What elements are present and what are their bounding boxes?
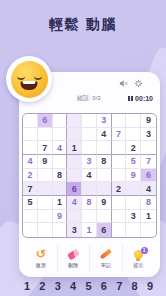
sudoku-cell-r2c9[interactable]: 3 xyxy=(141,128,156,142)
numpad-digit-2[interactable]: 2 xyxy=(39,280,45,292)
sudoku-cell-r6c1[interactable]: 7 xyxy=(23,182,38,196)
sudoku-cell-r7c1[interactable]: 5 xyxy=(23,196,38,210)
sudoku-cell-r4c3[interactable] xyxy=(53,155,68,169)
numpad-digit-4[interactable]: 4 xyxy=(70,280,76,292)
sudoku-cell-r1c4[interactable] xyxy=(67,114,82,128)
sudoku-cell-r4c9[interactable]: 7 xyxy=(141,155,156,169)
sudoku-cell-r7c3[interactable]: 1 xyxy=(53,196,68,210)
notes-label: 筆記 xyxy=(101,262,111,268)
undo-button[interactable]: ↺ 復原 xyxy=(25,244,57,272)
numpad-digit-5[interactable]: 5 xyxy=(85,280,91,292)
sudoku-cell-r6c6[interactable] xyxy=(97,182,112,196)
sudoku-cell-r5c4[interactable] xyxy=(67,169,82,183)
sudoku-cell-r5c9[interactable]: 6 xyxy=(141,169,156,183)
sudoku-cell-r1c1[interactable] xyxy=(23,114,38,128)
sudoku-cell-r8c4[interactable] xyxy=(67,210,82,224)
sudoku-cell-r6c8[interactable] xyxy=(126,182,141,196)
hint-label: 提示 xyxy=(133,262,143,268)
game-card: 錯誤: 0/3 00:10 63947374124938572849676245… xyxy=(19,72,160,277)
sudoku-cell-r1c7[interactable] xyxy=(112,114,127,128)
timer: 00:10 xyxy=(128,95,153,102)
sudoku-grid: 6394737412493857284967624514898931316 xyxy=(23,114,156,237)
sound-icon[interactable] xyxy=(119,79,128,88)
sudoku-cell-r3c3[interactable]: 4 xyxy=(53,141,68,155)
sudoku-cell-r2c5[interactable] xyxy=(82,128,97,142)
sudoku-cell-r5c6[interactable] xyxy=(97,169,112,183)
sudoku-cell-r7c6[interactable]: 9 xyxy=(97,196,112,210)
sudoku-cell-r8c5[interactable] xyxy=(82,210,97,224)
mascot-emoji-badge xyxy=(6,56,52,102)
sudoku-cell-r3c7[interactable] xyxy=(112,141,127,155)
app-screen: 輕鬆 動腦 錯誤: 0/3 00: xyxy=(0,0,166,296)
sudoku-cell-r9c5[interactable]: 1 xyxy=(82,223,97,237)
sudoku-cell-r9c7[interactable] xyxy=(112,223,127,237)
sudoku-cell-r4c6[interactable]: 8 xyxy=(97,155,112,169)
emoji-eye xyxy=(17,73,25,80)
sudoku-cell-r2c7[interactable]: 7 xyxy=(112,128,127,142)
sudoku-cell-r8c9[interactable]: 1 xyxy=(141,210,156,224)
sudoku-cell-r7c2[interactable] xyxy=(38,196,53,210)
sudoku-cell-r2c2[interactable] xyxy=(38,128,53,142)
numpad-digit-6[interactable]: 6 xyxy=(101,280,107,292)
sudoku-cell-r9c8[interactable] xyxy=(126,223,141,237)
sudoku-cell-r2c8[interactable] xyxy=(126,128,141,142)
sudoku-cell-r7c4[interactable]: 4 xyxy=(67,196,82,210)
sudoku-cell-r4c1[interactable]: 4 xyxy=(23,155,38,169)
sudoku-cell-r9c9[interactable] xyxy=(141,223,156,237)
sudoku-cell-r8c7[interactable] xyxy=(112,210,127,224)
errors-counter: 錯誤: 0/3 xyxy=(77,94,101,103)
sudoku-cell-r1c5[interactable] xyxy=(82,114,97,128)
numpad-digit-3[interactable]: 3 xyxy=(55,280,61,292)
sudoku-cell-r6c4[interactable]: 6 xyxy=(67,182,82,196)
emoji-face-icon xyxy=(11,61,48,98)
sudoku-cell-r8c3[interactable]: 9 xyxy=(53,210,68,224)
status-row: 錯誤: 0/3 00:10 xyxy=(77,94,153,103)
toolbar: ↺ 復原 刪除 筆記 1 提示 xyxy=(25,244,154,272)
emoji-mouth xyxy=(21,81,38,90)
sudoku-cell-r9c6[interactable]: 6 xyxy=(97,223,112,237)
sudoku-cell-r5c8[interactable]: 9 xyxy=(126,169,141,183)
numpad-digit-1[interactable]: 1 xyxy=(24,280,30,292)
sudoku-cell-r8c2[interactable] xyxy=(38,210,53,224)
sudoku-cell-r6c5[interactable] xyxy=(82,182,97,196)
undo-icon: ↺ xyxy=(36,248,46,260)
sudoku-cell-r4c4[interactable] xyxy=(67,155,82,169)
numpad-digit-7[interactable]: 7 xyxy=(116,280,122,292)
lightbulb-icon: 1 xyxy=(134,250,143,259)
sudoku-cell-r1c6[interactable]: 3 xyxy=(97,114,112,128)
sudoku-cell-r6c3[interactable] xyxy=(53,182,68,196)
sudoku-cell-r5c1[interactable]: 2 xyxy=(23,169,38,183)
sudoku-cell-r3c1[interactable] xyxy=(23,141,38,155)
sudoku-cell-r6c7[interactable]: 2 xyxy=(112,182,127,196)
erase-label: 刪除 xyxy=(68,262,78,268)
sudoku-cell-r4c2[interactable]: 9 xyxy=(38,155,53,169)
sudoku-cell-r4c8[interactable]: 5 xyxy=(126,155,141,169)
sudoku-cell-r8c6[interactable] xyxy=(97,210,112,224)
eraser-icon xyxy=(67,248,80,260)
sudoku-cell-r2c4[interactable] xyxy=(67,128,82,142)
sudoku-cell-r7c5[interactable]: 8 xyxy=(82,196,97,210)
settings-gear-icon[interactable] xyxy=(134,79,143,88)
card-icons xyxy=(119,79,143,88)
sudoku-cell-r2c1[interactable] xyxy=(23,128,38,142)
sudoku-cell-r3c4[interactable]: 1 xyxy=(67,141,82,155)
sudoku-cell-r3c5[interactable] xyxy=(82,141,97,155)
sudoku-cell-r9c4[interactable]: 3 xyxy=(67,223,82,237)
sudoku-cell-r1c3[interactable] xyxy=(53,114,68,128)
hint-button[interactable]: 1 提示 xyxy=(122,244,155,272)
sudoku-cell-r5c2[interactable] xyxy=(38,169,53,183)
sudoku-cell-r8c1[interactable] xyxy=(23,210,38,224)
sudoku-cell-r3c9[interactable] xyxy=(141,141,156,155)
sudoku-cell-r7c8[interactable] xyxy=(126,196,141,210)
number-pad: 123456789 xyxy=(24,280,153,292)
sudoku-cell-r9c1[interactable] xyxy=(23,223,38,237)
numpad-digit-9[interactable]: 9 xyxy=(147,280,153,292)
page-title: 輕鬆 動腦 xyxy=(0,16,166,34)
sudoku-cell-r7c9[interactable]: 8 xyxy=(141,196,156,210)
sudoku-cell-r3c6[interactable] xyxy=(97,141,112,155)
notes-button[interactable]: 筆記 xyxy=(89,244,122,272)
undo-label: 復原 xyxy=(36,262,46,268)
sudoku-cell-r4c5[interactable]: 3 xyxy=(82,155,97,169)
sudoku-cell-r3c2[interactable]: 7 xyxy=(38,141,53,155)
emoji-eye xyxy=(34,73,42,80)
pause-icon[interactable] xyxy=(128,96,133,101)
numpad-digit-8[interactable]: 8 xyxy=(132,280,138,292)
erase-button[interactable]: 刪除 xyxy=(57,244,90,272)
sudoku-cell-r6c2[interactable] xyxy=(38,182,53,196)
sudoku-cell-r5c3[interactable]: 8 xyxy=(53,169,68,183)
sudoku-cell-r1c9[interactable]: 9 xyxy=(141,114,156,128)
sudoku-cell-r7c7[interactable] xyxy=(112,196,127,210)
timer-value: 00:10 xyxy=(135,95,153,102)
sudoku-cell-r1c2[interactable]: 6 xyxy=(38,114,53,128)
sudoku-cell-r9c3[interactable] xyxy=(53,223,68,237)
sudoku-cell-r5c5[interactable]: 4 xyxy=(82,169,97,183)
sudoku-cell-r3c8[interactable]: 2 xyxy=(126,141,141,155)
sudoku-cell-r5c7[interactable] xyxy=(112,169,127,183)
sudoku-cell-r9c2[interactable] xyxy=(38,223,53,237)
sudoku-cell-r2c3[interactable] xyxy=(53,128,68,142)
sudoku-cell-r8c8[interactable]: 3 xyxy=(126,210,141,224)
sudoku-cell-r6c9[interactable]: 4 xyxy=(141,182,156,196)
pencil-icon xyxy=(99,248,112,260)
hint-badge: 1 xyxy=(141,247,148,254)
sudoku-cell-r2c6[interactable]: 4 xyxy=(97,128,112,142)
sudoku-cell-r4c7[interactable] xyxy=(112,155,127,169)
sudoku-board: 6394737412493857284967624514898931316 xyxy=(22,113,157,238)
sudoku-cell-r1c8[interactable] xyxy=(126,114,141,128)
